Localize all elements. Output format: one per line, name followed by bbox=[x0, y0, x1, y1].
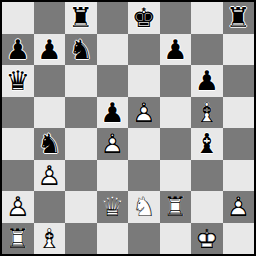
black-pawn-glyph: ♟ bbox=[34, 34, 66, 66]
square-f1[interactable] bbox=[160, 223, 192, 255]
square-f4[interactable] bbox=[160, 128, 192, 160]
black-rook-glyph: ♜ bbox=[65, 2, 97, 34]
square-b7[interactable]: ♟ bbox=[34, 34, 66, 66]
white-knight-outline-glyph: ♘ bbox=[128, 191, 160, 223]
square-f3[interactable] bbox=[160, 160, 192, 192]
square-f2[interactable]: ♜♖ bbox=[160, 191, 192, 223]
black-rook-glyph: ♜ bbox=[223, 2, 255, 34]
square-g1[interactable]: ♚♔ bbox=[191, 223, 223, 255]
square-b5[interactable] bbox=[34, 97, 66, 129]
square-f8[interactable] bbox=[160, 2, 192, 34]
black-pawn-piece[interactable]: ♟ bbox=[191, 65, 223, 97]
white-queen-piece[interactable]: ♛♕ bbox=[97, 191, 129, 223]
white-pawn-piece[interactable]: ♟♙ bbox=[128, 97, 160, 129]
square-e8[interactable]: ♚ bbox=[128, 2, 160, 34]
square-c4[interactable] bbox=[65, 128, 97, 160]
square-h8[interactable]: ♜ bbox=[223, 2, 255, 34]
black-king-piece[interactable]: ♚ bbox=[128, 2, 160, 34]
square-h1[interactable] bbox=[223, 223, 255, 255]
black-queen-piece[interactable]: ♛ bbox=[2, 65, 34, 97]
square-g2[interactable] bbox=[191, 191, 223, 223]
square-e4[interactable] bbox=[128, 128, 160, 160]
square-a3[interactable] bbox=[2, 160, 34, 192]
white-bishop-piece[interactable]: ♝♗ bbox=[34, 223, 66, 255]
black-bishop-glyph: ♝ bbox=[191, 128, 223, 160]
square-a6[interactable]: ♛ bbox=[2, 65, 34, 97]
black-bishop-piece[interactable]: ♝ bbox=[191, 128, 223, 160]
black-knight-glyph: ♞ bbox=[34, 128, 66, 160]
black-rook-piece[interactable]: ♜ bbox=[65, 2, 97, 34]
white-rook-piece[interactable]: ♜♖ bbox=[2, 223, 34, 255]
square-c2[interactable] bbox=[65, 191, 97, 223]
square-h2[interactable]: ♟♙ bbox=[223, 191, 255, 223]
square-h5[interactable] bbox=[223, 97, 255, 129]
square-b1[interactable]: ♝♗ bbox=[34, 223, 66, 255]
square-g6[interactable]: ♟ bbox=[191, 65, 223, 97]
square-e3[interactable] bbox=[128, 160, 160, 192]
square-d5[interactable]: ♟ bbox=[97, 97, 129, 129]
white-pawn-outline-glyph: ♙ bbox=[223, 191, 255, 223]
square-d2[interactable]: ♛♕ bbox=[97, 191, 129, 223]
square-c1[interactable] bbox=[65, 223, 97, 255]
black-knight-glyph: ♞ bbox=[65, 34, 97, 66]
black-pawn-glyph: ♟ bbox=[2, 34, 34, 66]
square-h4[interactable] bbox=[223, 128, 255, 160]
square-g8[interactable] bbox=[191, 2, 223, 34]
square-b2[interactable] bbox=[34, 191, 66, 223]
white-rook-piece[interactable]: ♜♖ bbox=[160, 191, 192, 223]
white-pawn-outline-glyph: ♙ bbox=[34, 160, 66, 192]
square-h7[interactable] bbox=[223, 34, 255, 66]
black-pawn-piece[interactable]: ♟ bbox=[34, 34, 66, 66]
white-bishop-outline-glyph: ♗ bbox=[191, 97, 223, 129]
square-b6[interactable] bbox=[34, 65, 66, 97]
square-d3[interactable] bbox=[97, 160, 129, 192]
square-a8[interactable] bbox=[2, 2, 34, 34]
black-pawn-glyph: ♟ bbox=[191, 65, 223, 97]
black-queen-glyph: ♛ bbox=[2, 65, 34, 97]
white-pawn-piece[interactable]: ♟♙ bbox=[223, 191, 255, 223]
black-pawn-piece[interactable]: ♟ bbox=[97, 97, 129, 129]
square-a2[interactable]: ♟♙ bbox=[2, 191, 34, 223]
square-d8[interactable] bbox=[97, 2, 129, 34]
square-c7[interactable]: ♞ bbox=[65, 34, 97, 66]
square-d4[interactable]: ♟♙ bbox=[97, 128, 129, 160]
white-pawn-outline-glyph: ♙ bbox=[2, 191, 34, 223]
square-e7[interactable] bbox=[128, 34, 160, 66]
square-f5[interactable] bbox=[160, 97, 192, 129]
black-knight-piece[interactable]: ♞ bbox=[65, 34, 97, 66]
square-h3[interactable] bbox=[223, 160, 255, 192]
white-bishop-piece[interactable]: ♝♗ bbox=[191, 97, 223, 129]
black-pawn-glyph: ♟ bbox=[160, 34, 192, 66]
square-b4[interactable]: ♞ bbox=[34, 128, 66, 160]
white-king-outline-glyph: ♔ bbox=[191, 223, 223, 255]
square-g5[interactable]: ♝♗ bbox=[191, 97, 223, 129]
white-pawn-piece[interactable]: ♟♙ bbox=[34, 160, 66, 192]
square-f6[interactable] bbox=[160, 65, 192, 97]
square-g4[interactable]: ♝ bbox=[191, 128, 223, 160]
chess-board: ♜♚♜♟♟♞♟♛♟♟♟♙♝♗♞♟♙♝♟♙♟♙♛♕♞♘♜♖♟♙♜♖♝♗♚♔ bbox=[0, 0, 256, 256]
square-h6[interactable] bbox=[223, 65, 255, 97]
square-a5[interactable] bbox=[2, 97, 34, 129]
white-bishop-outline-glyph: ♗ bbox=[34, 223, 66, 255]
white-queen-outline-glyph: ♕ bbox=[97, 191, 129, 223]
chess-board-wrapper: ♜♚♜♟♟♞♟♛♟♟♟♙♝♗♞♟♙♝♟♙♟♙♛♕♞♘♜♖♟♙♜♖♝♗♚♔ bbox=[0, 0, 256, 256]
square-c6[interactable] bbox=[65, 65, 97, 97]
black-king-glyph: ♚ bbox=[128, 2, 160, 34]
white-pawn-piece[interactable]: ♟♙ bbox=[97, 128, 129, 160]
black-rook-piece[interactable]: ♜ bbox=[223, 2, 255, 34]
white-pawn-outline-glyph: ♙ bbox=[97, 128, 129, 160]
square-g7[interactable] bbox=[191, 34, 223, 66]
square-d7[interactable] bbox=[97, 34, 129, 66]
black-pawn-piece[interactable]: ♟ bbox=[2, 34, 34, 66]
black-pawn-piece[interactable]: ♟ bbox=[160, 34, 192, 66]
white-pawn-piece[interactable]: ♟♙ bbox=[2, 191, 34, 223]
square-a4[interactable] bbox=[2, 128, 34, 160]
square-f7[interactable]: ♟ bbox=[160, 34, 192, 66]
square-e2[interactable]: ♞♘ bbox=[128, 191, 160, 223]
square-c5[interactable] bbox=[65, 97, 97, 129]
square-b3[interactable]: ♟♙ bbox=[34, 160, 66, 192]
white-pawn-outline-glyph: ♙ bbox=[128, 97, 160, 129]
white-rook-outline-glyph: ♖ bbox=[160, 191, 192, 223]
black-knight-piece[interactable]: ♞ bbox=[34, 128, 66, 160]
square-e1[interactable] bbox=[128, 223, 160, 255]
white-rook-outline-glyph: ♖ bbox=[2, 223, 34, 255]
white-king-piece[interactable]: ♚♔ bbox=[191, 223, 223, 255]
square-c3[interactable] bbox=[65, 160, 97, 192]
square-e6[interactable] bbox=[128, 65, 160, 97]
white-knight-piece[interactable]: ♞♘ bbox=[128, 191, 160, 223]
square-d1[interactable] bbox=[97, 223, 129, 255]
square-e5[interactable]: ♟♙ bbox=[128, 97, 160, 129]
square-d6[interactable] bbox=[97, 65, 129, 97]
square-b8[interactable] bbox=[34, 2, 66, 34]
square-a1[interactable]: ♜♖ bbox=[2, 223, 34, 255]
black-pawn-glyph: ♟ bbox=[97, 97, 129, 129]
square-g3[interactable] bbox=[191, 160, 223, 192]
square-a7[interactable]: ♟ bbox=[2, 34, 34, 66]
square-c8[interactable]: ♜ bbox=[65, 2, 97, 34]
